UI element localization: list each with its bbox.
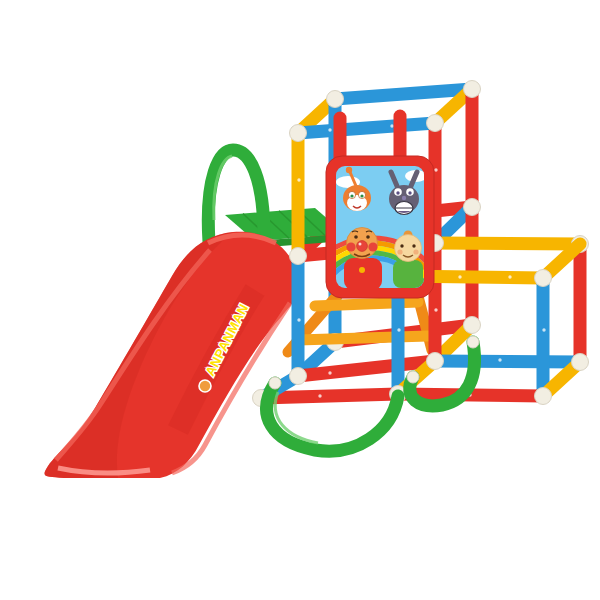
connector (269, 377, 281, 389)
connector (290, 248, 307, 265)
tube-cube-top-back (435, 243, 580, 244)
connector (427, 353, 444, 370)
connector (290, 125, 307, 142)
connector (572, 354, 589, 371)
tube-top-front (298, 123, 435, 133)
ladder-step (298, 336, 428, 340)
tube-top-back (335, 89, 472, 99)
connector (535, 270, 552, 287)
connector (467, 336, 479, 348)
connector (407, 371, 419, 383)
connector (327, 91, 344, 108)
connector (535, 388, 552, 405)
connector (427, 115, 444, 132)
tube-cube-bottom-back (435, 361, 580, 362)
connector (464, 317, 481, 334)
playset-illustration: ANPANMAN (0, 0, 600, 600)
connector (464, 199, 481, 216)
product-photo: ANPANMAN (0, 0, 600, 600)
slide: ANPANMAN (45, 232, 300, 478)
anpanman-face-icon (344, 228, 382, 291)
connector (464, 81, 481, 98)
tube-ground-front-left (261, 394, 398, 398)
anpanman-face-icon (199, 380, 211, 392)
connector (290, 368, 307, 385)
